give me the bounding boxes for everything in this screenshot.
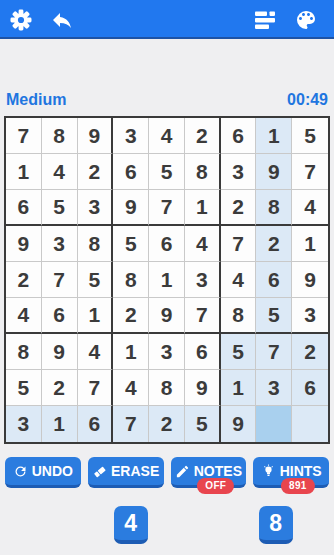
grid-cell-r1c1[interactable]: 7: [6, 118, 42, 154]
grid-cell-r2c5[interactable]: 5: [149, 154, 185, 190]
grid-cell-r9c5[interactable]: 2: [149, 406, 185, 442]
grid-cell-r4c8[interactable]: 2: [256, 226, 292, 262]
grid-cell-r4c6[interactable]: 4: [185, 226, 221, 262]
grid-cell-r7c3[interactable]: 4: [78, 334, 114, 370]
grid-cell-r5c5[interactable]: 1: [149, 262, 185, 298]
grid-cell-r7c2[interactable]: 9: [42, 334, 78, 370]
grid-cell-r6c1[interactable]: 4: [6, 298, 42, 334]
back-undo-arrow-icon[interactable]: [50, 8, 74, 32]
grid-cell-r1c6[interactable]: 2: [185, 118, 221, 154]
grid-cell-r3c7[interactable]: 2: [221, 190, 257, 226]
pencil-icon: [175, 464, 190, 479]
grid-cell-r3c1[interactable]: 6: [6, 190, 42, 226]
grid-cell-r1c9[interactable]: 5: [292, 118, 328, 154]
grid-cell-r4c7[interactable]: 7: [221, 226, 257, 262]
sudoku-board: 7893426151426583976539712849385647212758…: [4, 116, 330, 444]
grid-cell-r1c4[interactable]: 3: [113, 118, 149, 154]
grid-cell-r7c1[interactable]: 8: [6, 334, 42, 370]
grid-cell-r5c9[interactable]: 9: [292, 262, 328, 298]
grid-cell-r2c9[interactable]: 7: [292, 154, 328, 190]
grid-cell-r7c5[interactable]: 3: [149, 334, 185, 370]
eraser-icon: [92, 464, 107, 479]
grid-cell-r6c7[interactable]: 8: [221, 298, 257, 334]
theme-palette-icon[interactable]: [294, 8, 318, 32]
grid-cell-r8c4[interactable]: 4: [113, 370, 149, 406]
sudoku-app: Medium 00:49 789342615142658397653971284…: [0, 0, 334, 555]
grid-cell-r5c7[interactable]: 4: [221, 262, 257, 298]
grid-cell-r4c4[interactable]: 5: [113, 226, 149, 262]
grid-cell-r6c9[interactable]: 3: [292, 298, 328, 334]
erase-button[interactable]: ERASE: [88, 457, 164, 488]
grid-cell-r8c7[interactable]: 1: [221, 370, 257, 406]
action-bar: UNDO ERASE NOTES OFF: [5, 457, 329, 488]
grid-cell-r8c6[interactable]: 9: [185, 370, 221, 406]
top-bar: [0, 0, 334, 39]
grid-cell-r3c8[interactable]: 8: [256, 190, 292, 226]
grid-cell-r2c2[interactable]: 4: [42, 154, 78, 190]
info-row: Medium 00:49: [6, 90, 328, 110]
grid-cell-r3c5[interactable]: 7: [149, 190, 185, 226]
grid-cell-r3c6[interactable]: 1: [185, 190, 221, 226]
digit-button-8[interactable]: 8: [259, 506, 293, 544]
grid-cell-r4c5[interactable]: 6: [149, 226, 185, 262]
grid-cell-r2c4[interactable]: 6: [113, 154, 149, 190]
grid-cell-r2c1[interactable]: 1: [6, 154, 42, 190]
grid-cell-r1c7[interactable]: 6: [221, 118, 257, 154]
difficulty-label: Medium: [6, 91, 66, 109]
leaderboard-bars-icon[interactable]: [253, 8, 277, 32]
grid-cell-r9c2[interactable]: 1: [42, 406, 78, 442]
grid-cell-r7c6[interactable]: 6: [185, 334, 221, 370]
notes-status-badge: OFF: [197, 478, 234, 494]
grid-cell-r2c3[interactable]: 2: [78, 154, 114, 190]
grid-cell-r3c2[interactable]: 5: [42, 190, 78, 226]
grid-cell-r8c2[interactable]: 2: [42, 370, 78, 406]
grid-cell-r6c4[interactable]: 2: [113, 298, 149, 334]
undo-icon: [13, 464, 28, 479]
grid-cell-r8c5[interactable]: 8: [149, 370, 185, 406]
grid-cell-r5c1[interactable]: 2: [6, 262, 42, 298]
grid-cell-r5c6[interactable]: 3: [185, 262, 221, 298]
grid-cell-r5c3[interactable]: 5: [78, 262, 114, 298]
grid-cell-r4c3[interactable]: 8: [78, 226, 114, 262]
grid-cell-r8c8[interactable]: 3: [256, 370, 292, 406]
grid-cell-r7c9[interactable]: 2: [292, 334, 328, 370]
settings-gear-icon[interactable]: [9, 8, 33, 32]
grid-cell-r9c6[interactable]: 5: [185, 406, 221, 442]
undo-label: UNDO: [32, 463, 73, 479]
grid-cell-r1c3[interactable]: 9: [78, 118, 114, 154]
grid-cell-r1c8[interactable]: 1: [256, 118, 292, 154]
grid-cell-r9c9[interactable]: [292, 406, 328, 442]
digit-button-4[interactable]: 4: [114, 506, 148, 544]
grid-cell-r2c8[interactable]: 9: [256, 154, 292, 190]
grid-cell-r3c4[interactable]: 9: [113, 190, 149, 226]
grid-cell-r1c5[interactable]: 4: [149, 118, 185, 154]
grid-cell-r2c7[interactable]: 3: [221, 154, 257, 190]
timer: 00:49: [287, 91, 328, 109]
grid-cell-r9c4[interactable]: 7: [113, 406, 149, 442]
grid-cell-r6c5[interactable]: 9: [149, 298, 185, 334]
grid-cell-r2c6[interactable]: 8: [185, 154, 221, 190]
grid-cell-r8c9[interactable]: 6: [292, 370, 328, 406]
grid-cell-r6c8[interactable]: 5: [256, 298, 292, 334]
grid-cell-r5c2[interactable]: 7: [42, 262, 78, 298]
erase-label: ERASE: [111, 463, 159, 479]
grid-cell-r5c4[interactable]: 8: [113, 262, 149, 298]
hints-label: HINTS: [280, 463, 322, 479]
grid-cell-r4c1[interactable]: 9: [6, 226, 42, 262]
grid-cell-r1c2[interactable]: 8: [42, 118, 78, 154]
grid-cell-r5c8[interactable]: 6: [256, 262, 292, 298]
grid-cell-r6c2[interactable]: 6: [42, 298, 78, 334]
grid-cell-r7c7[interactable]: 5: [221, 334, 257, 370]
undo-button[interactable]: UNDO: [5, 457, 81, 488]
grid-cell-r4c2[interactable]: 3: [42, 226, 78, 262]
number-pad: 4 8: [5, 506, 329, 544]
grid-cell-r6c6[interactable]: 7: [185, 298, 221, 334]
grid-cell-r4c9[interactable]: 1: [292, 226, 328, 262]
grid-cell-r3c9[interactable]: 4: [292, 190, 328, 226]
grid-cell-r6c3[interactable]: 1: [78, 298, 114, 334]
grid-cell-r9c1[interactable]: 3: [6, 406, 42, 442]
grid-cell-r8c3[interactable]: 7: [78, 370, 114, 406]
grid-cell-r8c1[interactable]: 5: [6, 370, 42, 406]
grid-cell-r9c7[interactable]: 9: [221, 406, 257, 442]
grid-cell-r7c8[interactable]: 7: [256, 334, 292, 370]
grid-cell-r7c4[interactable]: 1: [113, 334, 149, 370]
hints-count-badge: 891: [281, 478, 315, 494]
notes-label: NOTES: [194, 463, 242, 479]
lightbulb-icon: [261, 464, 276, 479]
grid-cell-r3c3[interactable]: 3: [78, 190, 114, 226]
hints-button[interactable]: HINTS 891: [253, 457, 329, 488]
notes-button[interactable]: NOTES OFF: [171, 457, 247, 488]
grid-cell-r9c8[interactable]: [256, 406, 292, 442]
grid-cell-r9c3[interactable]: 6: [78, 406, 114, 442]
